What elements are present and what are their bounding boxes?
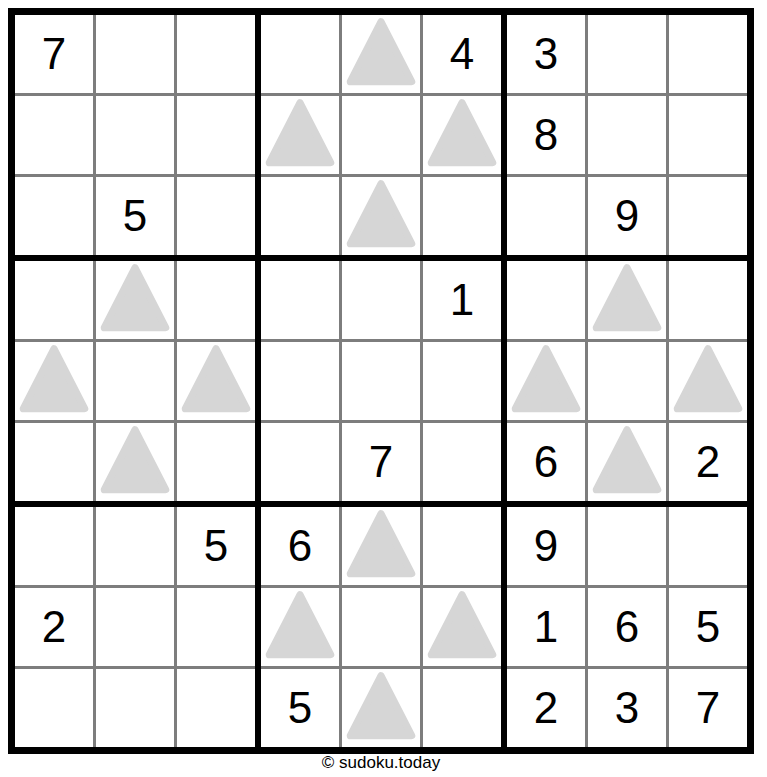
cell-r4c9[interactable]	[669, 261, 747, 339]
cell-r3c8[interactable]: 9	[588, 177, 666, 255]
cell-r2c4[interactable]	[261, 96, 339, 174]
cell-r7c3[interactable]: 5	[177, 507, 255, 585]
triangle-icon	[344, 670, 418, 740]
cell-r8c9[interactable]: 5	[669, 588, 747, 666]
cell-r6c7[interactable]: 6	[507, 423, 585, 501]
box-1-3: 389	[507, 15, 747, 255]
cell-r3c3[interactable]	[177, 177, 255, 255]
box-1-1: 75	[15, 15, 255, 255]
cell-r8c3[interactable]	[177, 588, 255, 666]
cell-r2c7[interactable]: 8	[507, 96, 585, 174]
cell-r1c4[interactable]	[261, 15, 339, 93]
cell-r7c8[interactable]	[588, 507, 666, 585]
credit-text: © sudoku.today	[8, 753, 754, 773]
triangle-icon	[344, 16, 418, 86]
cell-r9c8[interactable]: 3	[588, 669, 666, 747]
cell-r9c3[interactable]	[177, 669, 255, 747]
cell-r9c7[interactable]: 2	[507, 669, 585, 747]
cell-r7c4[interactable]: 6	[261, 507, 339, 585]
cell-r2c6[interactable]	[423, 96, 501, 174]
cell-r1c1[interactable]: 7	[15, 15, 93, 93]
cell-r8c8[interactable]: 6	[588, 588, 666, 666]
box-3-3: 9165237	[507, 507, 747, 747]
cell-r8c7[interactable]: 1	[507, 588, 585, 666]
triangle-icon	[263, 97, 337, 167]
box-3-2: 65	[261, 507, 501, 747]
triangle-icon	[425, 589, 499, 659]
cell-r1c7[interactable]: 3	[507, 15, 585, 93]
triangle-icon	[98, 424, 172, 494]
cell-r6c8[interactable]	[588, 423, 666, 501]
cell-r9c6[interactable]	[423, 669, 501, 747]
cell-r2c3[interactable]	[177, 96, 255, 174]
cell-r8c1[interactable]: 2	[15, 588, 93, 666]
cell-r9c2[interactable]	[96, 669, 174, 747]
cell-r4c6[interactable]: 1	[423, 261, 501, 339]
cell-r7c9[interactable]	[669, 507, 747, 585]
cell-r4c4[interactable]	[261, 261, 339, 339]
cell-r8c2[interactable]	[96, 588, 174, 666]
cell-r7c1[interactable]	[15, 507, 93, 585]
cell-r5c8[interactable]	[588, 342, 666, 420]
cell-r5c5[interactable]	[342, 342, 420, 420]
cell-r6c9[interactable]: 2	[669, 423, 747, 501]
cell-r5c6[interactable]	[423, 342, 501, 420]
cell-r1c2[interactable]	[96, 15, 174, 93]
cell-r1c3[interactable]	[177, 15, 255, 93]
cell-r3c5[interactable]	[342, 177, 420, 255]
cell-r4c8[interactable]	[588, 261, 666, 339]
box-1-2: 4	[261, 15, 501, 255]
cell-r7c7[interactable]: 9	[507, 507, 585, 585]
cell-r4c2[interactable]	[96, 261, 174, 339]
cell-r6c1[interactable]	[15, 423, 93, 501]
cell-r5c3[interactable]	[177, 342, 255, 420]
cell-r9c9[interactable]: 7	[669, 669, 747, 747]
triangle-icon	[179, 343, 253, 413]
triangle-icon	[671, 343, 745, 413]
cell-r8c5[interactable]	[342, 588, 420, 666]
box-2-3: 62	[507, 261, 747, 501]
cell-r6c6[interactable]	[423, 423, 501, 501]
cell-r1c5[interactable]	[342, 15, 420, 93]
cell-r5c1[interactable]	[15, 342, 93, 420]
cell-r2c1[interactable]	[15, 96, 93, 174]
cell-r6c5[interactable]: 7	[342, 423, 420, 501]
cell-r1c6[interactable]: 4	[423, 15, 501, 93]
cell-r4c3[interactable]	[177, 261, 255, 339]
cell-r7c5[interactable]	[342, 507, 420, 585]
sudoku-board: 754389176252659165237	[8, 8, 754, 754]
cell-r4c5[interactable]	[342, 261, 420, 339]
box-3-1: 52	[15, 507, 255, 747]
cell-r9c4[interactable]: 5	[261, 669, 339, 747]
cell-r1c9[interactable]	[669, 15, 747, 93]
triangle-icon	[263, 589, 337, 659]
triangle-icon	[344, 178, 418, 248]
cell-r4c1[interactable]	[15, 261, 93, 339]
cell-r6c4[interactable]	[261, 423, 339, 501]
cell-r9c1[interactable]	[15, 669, 93, 747]
cell-r8c6[interactable]	[423, 588, 501, 666]
cell-r9c5[interactable]	[342, 669, 420, 747]
cell-r5c7[interactable]	[507, 342, 585, 420]
cell-r7c2[interactable]	[96, 507, 174, 585]
cell-r6c3[interactable]	[177, 423, 255, 501]
cell-r2c8[interactable]	[588, 96, 666, 174]
triangle-icon	[590, 424, 664, 494]
cell-r7c6[interactable]	[423, 507, 501, 585]
cell-r2c5[interactable]	[342, 96, 420, 174]
cell-r5c2[interactable]	[96, 342, 174, 420]
cell-r3c4[interactable]	[261, 177, 339, 255]
cell-r5c9[interactable]	[669, 342, 747, 420]
cell-r3c9[interactable]	[669, 177, 747, 255]
cell-r3c7[interactable]	[507, 177, 585, 255]
cell-r4c7[interactable]	[507, 261, 585, 339]
triangle-icon	[590, 262, 664, 332]
cell-r6c2[interactable]	[96, 423, 174, 501]
cell-r8c4[interactable]	[261, 588, 339, 666]
box-2-2: 17	[261, 261, 501, 501]
cell-r3c1[interactable]	[15, 177, 93, 255]
cell-r5c4[interactable]	[261, 342, 339, 420]
cell-r3c2[interactable]: 5	[96, 177, 174, 255]
cell-r2c9[interactable]	[669, 96, 747, 174]
cell-r3c6[interactable]	[423, 177, 501, 255]
triangle-icon	[509, 343, 583, 413]
triangle-icon	[344, 508, 418, 578]
triangle-icon	[98, 262, 172, 332]
cell-r2c2[interactable]	[96, 96, 174, 174]
cell-r1c8[interactable]	[588, 15, 666, 93]
triangle-icon	[425, 97, 499, 167]
triangle-icon	[17, 343, 91, 413]
box-2-1	[15, 261, 255, 501]
